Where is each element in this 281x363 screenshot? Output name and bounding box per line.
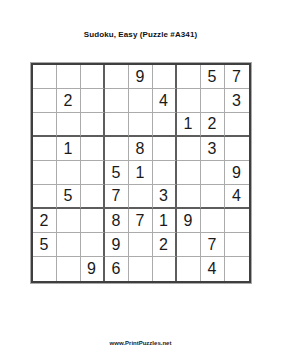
sudoku-cell-r4c4 (105, 137, 129, 161)
sudoku-cell-r3c1 (33, 113, 57, 137)
sudoku-cell-r6c2: 5 (57, 185, 81, 209)
sudoku-cell-r8c3 (81, 233, 105, 257)
sudoku-cell-r5c4: 5 (105, 161, 129, 185)
sudoku-cell-r8c2 (57, 233, 81, 257)
sudoku-cell-r3c8: 2 (201, 113, 225, 137)
sudoku-cell-r2c9: 3 (225, 89, 249, 113)
sudoku-cell-r3c6 (153, 113, 177, 137)
sudoku-cell-r2c4 (105, 89, 129, 113)
sudoku-cell-r4c9 (225, 137, 249, 161)
sudoku-cell-r9c3: 9 (81, 257, 105, 281)
sudoku-cell-r9c7 (177, 257, 201, 281)
sudoku-cell-r5c1 (33, 161, 57, 185)
sudoku-cell-r1c3 (81, 65, 105, 89)
sudoku-cell-r9c4: 6 (105, 257, 129, 281)
sudoku-cell-r1c6 (153, 65, 177, 89)
sudoku-cell-r9c6 (153, 257, 177, 281)
sudoku-cell-r1c1 (33, 65, 57, 89)
sudoku-cell-r2c7 (177, 89, 201, 113)
sudoku-cell-r3c5 (129, 113, 153, 137)
sudoku-cell-r9c2 (57, 257, 81, 281)
sudoku-cell-r7c8 (201, 209, 225, 233)
page-title: Sudoku, Easy (Puzzle #A341) (0, 30, 281, 39)
sudoku-cell-r8c6: 2 (153, 233, 177, 257)
sudoku-cell-r5c5: 1 (129, 161, 153, 185)
sudoku-cell-r8c8: 7 (201, 233, 225, 257)
sudoku-cell-r4c7 (177, 137, 201, 161)
sudoku-cell-r1c9: 7 (225, 65, 249, 89)
sudoku-cell-r1c7 (177, 65, 201, 89)
sudoku-cell-r9c1 (33, 257, 57, 281)
sudoku-cell-r2c3 (81, 89, 105, 113)
sudoku-cell-r6c3 (81, 185, 105, 209)
sudoku-cell-r6c8 (201, 185, 225, 209)
sudoku-cell-r6c6: 3 (153, 185, 177, 209)
sudoku-cell-r6c7 (177, 185, 201, 209)
puzzle-page: Sudoku, Easy (Puzzle #A341) 957243121835… (0, 0, 281, 363)
sudoku-cell-r8c7 (177, 233, 201, 257)
sudoku-cell-r3c9 (225, 113, 249, 137)
sudoku-cell-r2c5 (129, 89, 153, 113)
sudoku-cell-r5c8 (201, 161, 225, 185)
sudoku-cell-r2c6: 4 (153, 89, 177, 113)
sudoku-cell-r2c8 (201, 89, 225, 113)
sudoku-cell-r5c7 (177, 161, 201, 185)
sudoku-cell-r5c2 (57, 161, 81, 185)
footer-url: www.PrintPuzzles.net (0, 340, 281, 346)
sudoku-cell-r4c3 (81, 137, 105, 161)
sudoku-cell-r6c1 (33, 185, 57, 209)
sudoku-cell-r7c6: 1 (153, 209, 177, 233)
sudoku-cell-r7c2 (57, 209, 81, 233)
sudoku-cell-r5c6 (153, 161, 177, 185)
sudoku-cell-r8c9 (225, 233, 249, 257)
sudoku-cell-r8c5 (129, 233, 153, 257)
sudoku-cell-r4c2: 1 (57, 137, 81, 161)
sudoku-cell-r7c3 (81, 209, 105, 233)
sudoku-cell-r6c4: 7 (105, 185, 129, 209)
sudoku-cell-r1c5: 9 (129, 65, 153, 89)
sudoku-cell-r9c9 (225, 257, 249, 281)
sudoku-cell-r3c3 (81, 113, 105, 137)
sudoku-cell-r7c5: 7 (129, 209, 153, 233)
sudoku-cell-r4c8: 3 (201, 137, 225, 161)
sudoku-cell-r8c4: 9 (105, 233, 129, 257)
sudoku-cell-r1c2 (57, 65, 81, 89)
sudoku-cell-r1c8: 5 (201, 65, 225, 89)
sudoku-cell-r5c3 (81, 161, 105, 185)
sudoku-cell-r3c7: 1 (177, 113, 201, 137)
sudoku-cell-r9c8: 4 (201, 257, 225, 281)
sudoku-cell-r2c2: 2 (57, 89, 81, 113)
sudoku-cell-r9c5 (129, 257, 153, 281)
sudoku-cell-r4c6 (153, 137, 177, 161)
sudoku-cell-r3c2 (57, 113, 81, 137)
sudoku-cell-r7c7: 9 (177, 209, 201, 233)
sudoku-cell-r4c1 (33, 137, 57, 161)
sudoku-cell-r8c1: 5 (33, 233, 57, 257)
sudoku-cell-r7c9 (225, 209, 249, 233)
sudoku-cell-r3c4 (105, 113, 129, 137)
sudoku-cell-r7c1: 2 (33, 209, 57, 233)
sudoku-cell-r4c5: 8 (129, 137, 153, 161)
sudoku-cell-r6c5 (129, 185, 153, 209)
sudoku-cell-r2c1 (33, 89, 57, 113)
sudoku-cell-r1c4 (105, 65, 129, 89)
sudoku-cell-r5c9: 9 (225, 161, 249, 185)
sudoku-cell-r6c9: 4 (225, 185, 249, 209)
sudoku-board: 957243121835195734287195927964 (31, 63, 251, 283)
sudoku-cell-r7c4: 8 (105, 209, 129, 233)
